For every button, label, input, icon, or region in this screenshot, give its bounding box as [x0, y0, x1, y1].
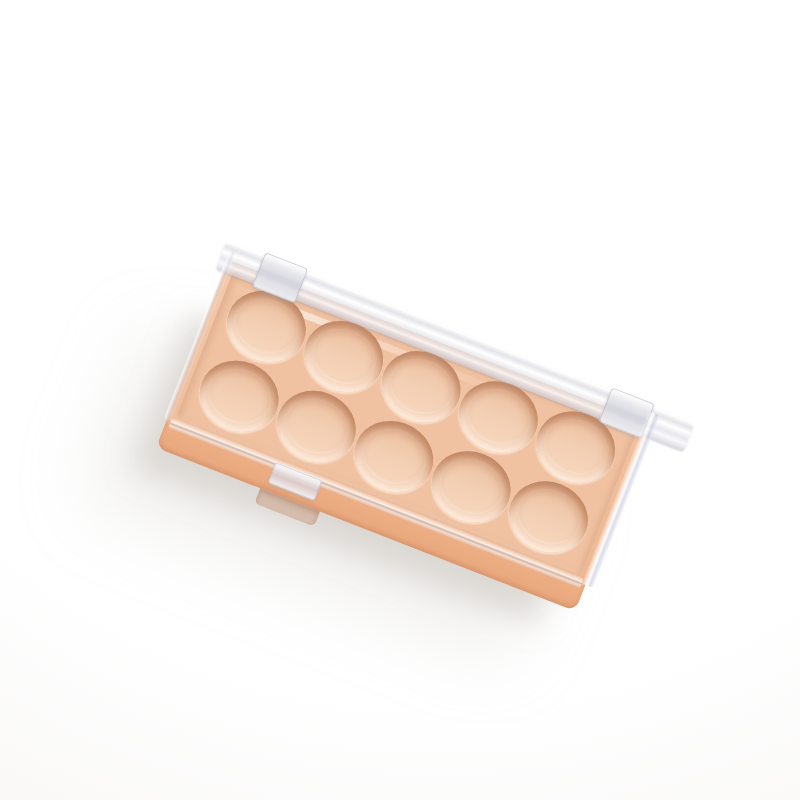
makeup-palette [164, 260, 649, 587]
photo-background [0, 0, 800, 800]
